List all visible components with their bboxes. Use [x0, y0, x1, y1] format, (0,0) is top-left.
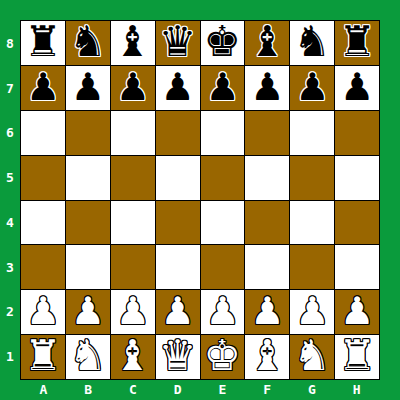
square-h4[interactable]: [335, 201, 379, 245]
piece-black-knight[interactable]: ♞: [293, 21, 331, 63]
square-c4[interactable]: [111, 201, 155, 245]
piece-black-king[interactable]: ♚: [204, 21, 242, 63]
piece-white-pawn[interactable]: ♟: [205, 292, 239, 330]
square-h1[interactable]: ♜: [335, 335, 379, 379]
square-d3[interactable]: [156, 245, 200, 289]
square-c2[interactable]: ♟: [111, 290, 155, 334]
rank-label-4: 4: [0, 200, 20, 245]
square-g8[interactable]: ♞: [290, 21, 334, 65]
square-a8[interactable]: ♜: [21, 21, 65, 65]
square-f8[interactable]: ♝: [245, 21, 289, 65]
piece-black-rook[interactable]: ♜: [24, 21, 62, 63]
file-label-h: H: [334, 380, 379, 399]
piece-white-bishop[interactable]: ♝: [248, 335, 286, 377]
piece-black-pawn[interactable]: ♟: [71, 68, 105, 106]
square-e8[interactable]: ♚: [201, 21, 245, 65]
square-c6[interactable]: [111, 111, 155, 155]
square-c3[interactable]: [111, 245, 155, 289]
piece-black-bishop[interactable]: ♝: [114, 21, 152, 63]
square-d8[interactable]: ♛: [156, 21, 200, 65]
piece-black-pawn[interactable]: ♟: [295, 68, 329, 106]
rank-label-6: 6: [0, 111, 20, 156]
square-c5[interactable]: [111, 156, 155, 200]
square-a5[interactable]: [21, 156, 65, 200]
square-e3[interactable]: [201, 245, 245, 289]
file-label-d: D: [155, 380, 200, 399]
piece-white-pawn[interactable]: ♟: [295, 292, 329, 330]
square-e4[interactable]: [201, 201, 245, 245]
piece-black-bishop[interactable]: ♝: [248, 21, 286, 63]
piece-black-pawn[interactable]: ♟: [340, 68, 374, 106]
square-b4[interactable]: [66, 201, 110, 245]
piece-black-knight[interactable]: ♞: [69, 21, 107, 63]
square-g7[interactable]: ♟: [290, 66, 334, 110]
square-h7[interactable]: ♟: [335, 66, 379, 110]
square-b5[interactable]: [66, 156, 110, 200]
square-e2[interactable]: ♟: [201, 290, 245, 334]
square-e6[interactable]: [201, 111, 245, 155]
file-labels: ABCDEFGH: [21, 380, 379, 399]
square-d7[interactable]: ♟: [156, 66, 200, 110]
square-h2[interactable]: ♟: [335, 290, 379, 334]
square-d1[interactable]: ♛: [156, 335, 200, 379]
square-f3[interactable]: [245, 245, 289, 289]
piece-white-pawn[interactable]: ♟: [161, 292, 195, 330]
square-g5[interactable]: [290, 156, 334, 200]
rank-label-8: 8: [0, 21, 20, 66]
rank-label-3: 3: [0, 245, 20, 290]
file-label-c: C: [111, 380, 156, 399]
file-label-f: F: [245, 380, 290, 399]
piece-black-pawn[interactable]: ♟: [116, 68, 150, 106]
square-e7[interactable]: ♟: [201, 66, 245, 110]
chess-app-window: ♜♞♝♛♚♝♞♜♟♟♟♟♟♟♟♟♟♟♟♟♟♟♟♟♜♞♝♛♚♝♞♜ 8765432…: [0, 0, 400, 400]
piece-black-queen[interactable]: ♛: [159, 21, 197, 63]
piece-black-pawn[interactable]: ♟: [205, 68, 239, 106]
piece-white-pawn[interactable]: ♟: [26, 292, 60, 330]
square-d6[interactable]: [156, 111, 200, 155]
square-g3[interactable]: [290, 245, 334, 289]
piece-black-pawn[interactable]: ♟: [26, 68, 60, 106]
square-g6[interactable]: [290, 111, 334, 155]
square-a6[interactable]: [21, 111, 65, 155]
rank-label-5: 5: [0, 155, 20, 200]
square-e1[interactable]: ♚: [201, 335, 245, 379]
square-c8[interactable]: ♝: [111, 21, 155, 65]
square-b1[interactable]: ♞: [66, 335, 110, 379]
square-f2[interactable]: ♟: [245, 290, 289, 334]
piece-white-queen[interactable]: ♛: [159, 335, 197, 377]
square-d5[interactable]: [156, 156, 200, 200]
file-label-g: G: [290, 380, 335, 399]
square-d4[interactable]: [156, 201, 200, 245]
piece-white-rook[interactable]: ♜: [338, 335, 376, 377]
file-label-b: B: [66, 380, 111, 399]
piece-black-pawn[interactable]: ♟: [250, 68, 284, 106]
square-f7[interactable]: ♟: [245, 66, 289, 110]
file-label-a: A: [21, 380, 66, 399]
square-g4[interactable]: [290, 201, 334, 245]
piece-white-knight[interactable]: ♞: [293, 335, 331, 377]
piece-white-pawn[interactable]: ♟: [71, 292, 105, 330]
piece-white-knight[interactable]: ♞: [69, 335, 107, 377]
chess-board: ♜♞♝♛♚♝♞♜♟♟♟♟♟♟♟♟♟♟♟♟♟♟♟♟♜♞♝♛♚♝♞♜: [20, 20, 380, 380]
rank-label-2: 2: [0, 290, 20, 335]
square-b2[interactable]: ♟: [66, 290, 110, 334]
square-c7[interactable]: ♟: [111, 66, 155, 110]
square-a7[interactable]: ♟: [21, 66, 65, 110]
square-g2[interactable]: ♟: [290, 290, 334, 334]
square-a1[interactable]: ♜: [21, 335, 65, 379]
piece-white-pawn[interactable]: ♟: [340, 292, 374, 330]
square-a3[interactable]: [21, 245, 65, 289]
rank-label-1: 1: [0, 334, 20, 379]
file-label-e: E: [200, 380, 245, 399]
piece-white-rook[interactable]: ♜: [24, 335, 62, 377]
square-b7[interactable]: ♟: [66, 66, 110, 110]
square-h3[interactable]: [335, 245, 379, 289]
piece-white-king[interactable]: ♚: [204, 335, 242, 377]
square-f4[interactable]: [245, 201, 289, 245]
square-f1[interactable]: ♝: [245, 335, 289, 379]
square-f6[interactable]: [245, 111, 289, 155]
square-h8[interactable]: ♜: [335, 21, 379, 65]
square-b6[interactable]: [66, 111, 110, 155]
square-a2[interactable]: ♟: [21, 290, 65, 334]
piece-black-rook[interactable]: ♜: [338, 21, 376, 63]
square-c1[interactable]: ♝: [111, 335, 155, 379]
piece-black-pawn[interactable]: ♟: [161, 68, 195, 106]
piece-white-bishop[interactable]: ♝: [114, 335, 152, 377]
square-b3[interactable]: [66, 245, 110, 289]
rank-labels: 87654321: [0, 21, 20, 379]
square-b8[interactable]: ♞: [66, 21, 110, 65]
piece-white-pawn[interactable]: ♟: [116, 292, 150, 330]
square-g1[interactable]: ♞: [290, 335, 334, 379]
piece-white-pawn[interactable]: ♟: [250, 292, 284, 330]
rank-label-7: 7: [0, 66, 20, 111]
square-f5[interactable]: [245, 156, 289, 200]
square-d2[interactable]: ♟: [156, 290, 200, 334]
square-h6[interactable]: [335, 111, 379, 155]
square-h5[interactable]: [335, 156, 379, 200]
square-a4[interactable]: [21, 201, 65, 245]
square-e5[interactable]: [201, 156, 245, 200]
